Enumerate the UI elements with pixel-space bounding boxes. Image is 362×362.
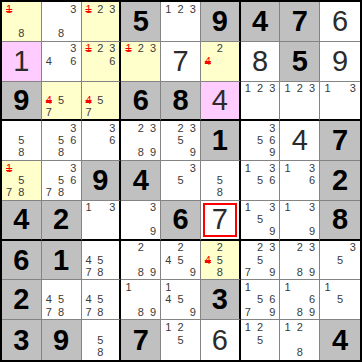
cell-r4c7[interactable]: 3569 bbox=[241, 121, 281, 161]
cell-r5c2[interactable]: 35678 bbox=[42, 161, 82, 201]
candidate-empty bbox=[106, 334, 118, 347]
candidate-empty bbox=[135, 281, 147, 293]
candidate-5: 5 bbox=[254, 294, 266, 306]
candidate-grid: 136 bbox=[281, 162, 318, 199]
cell-r8c7[interactable]: 15679 bbox=[241, 280, 281, 320]
candidate-2: 2 bbox=[174, 321, 186, 334]
cell-r3c9[interactable]: 13 bbox=[320, 82, 360, 122]
candidate-7: 7 bbox=[83, 106, 95, 118]
candidate-7: 7 bbox=[242, 306, 254, 318]
given-digit: 6 bbox=[121, 82, 160, 120]
candidate-empty bbox=[94, 202, 106, 214]
cell-r9c8[interactable]: 128 bbox=[280, 320, 320, 360]
candidate-grid: 39 bbox=[122, 202, 159, 238]
candidate-empty bbox=[122, 242, 134, 254]
candidate-3: 3 bbox=[106, 122, 118, 134]
candidate-grid: 2359 bbox=[162, 122, 199, 159]
cell-r6c6[interactable]: 7 bbox=[201, 201, 241, 241]
cell-r7c7[interactable]: 23579 bbox=[241, 241, 281, 281]
candidate-8: 8 bbox=[135, 147, 147, 159]
candidate-empty bbox=[94, 214, 106, 226]
candidate-3: 3 bbox=[306, 242, 318, 254]
candidate-empty bbox=[162, 174, 174, 186]
candidate-8: 8 bbox=[55, 306, 67, 318]
candidate-grid: 36 bbox=[83, 122, 119, 159]
candidate-grid: 289 bbox=[122, 242, 159, 279]
cell-r9c2[interactable]: 9 bbox=[42, 320, 82, 360]
cell-r2c3[interactable]: 1236 bbox=[82, 42, 122, 82]
candidate-empty bbox=[28, 147, 40, 159]
cell-r4c1[interactable]: 58 bbox=[2, 121, 42, 161]
candidate-3: 3 bbox=[266, 122, 278, 134]
candidate-empty bbox=[202, 187, 214, 199]
candidate-empty bbox=[122, 67, 134, 79]
candidate-empty bbox=[334, 281, 347, 293]
candidate-3: 3 bbox=[266, 162, 278, 174]
cell-r6c9[interactable]: 8 bbox=[320, 201, 360, 241]
candidate-empty bbox=[106, 15, 118, 27]
given-digit: 2 bbox=[2, 280, 41, 319]
cell-r2c5[interactable]: 7 bbox=[161, 42, 201, 82]
candidate-empty bbox=[106, 306, 118, 318]
candidate-1: 1 bbox=[162, 281, 174, 293]
candidate-8: 8 bbox=[15, 28, 27, 40]
cell-r4c2[interactable]: 3568 bbox=[42, 121, 82, 161]
candidate-empty bbox=[43, 15, 55, 27]
candidate-empty bbox=[266, 94, 278, 106]
candidate-empty bbox=[202, 67, 214, 79]
cell-r2c1[interactable]: 1 bbox=[2, 42, 42, 82]
candidate-empty bbox=[187, 242, 199, 254]
candidate-grid: 4578 bbox=[83, 281, 119, 318]
candidate-5: 5 bbox=[15, 174, 27, 186]
cell-r9c5[interactable]: 125 bbox=[161, 320, 201, 360]
candidate-6: 6 bbox=[266, 135, 278, 147]
cell-r1c8[interactable]: 7 bbox=[280, 2, 320, 42]
cell-r1c6[interactable]: 9 bbox=[201, 2, 241, 42]
candidate-grid: 2389 bbox=[281, 242, 318, 279]
candidate-empty bbox=[15, 15, 27, 27]
cell-r5c8[interactable]: 136 bbox=[280, 161, 320, 201]
candidate-empty bbox=[43, 28, 55, 40]
candidate-empty bbox=[43, 43, 55, 55]
cell-r1c4[interactable]: 5 bbox=[121, 2, 161, 42]
candidate-5: 5 bbox=[334, 254, 347, 266]
solved-digit: 9 bbox=[320, 42, 360, 81]
solved-digit: 1 bbox=[2, 42, 41, 81]
candidate-empty bbox=[281, 334, 293, 347]
candidate-empty bbox=[162, 28, 174, 40]
candidate-empty bbox=[28, 28, 40, 40]
candidate-empty bbox=[334, 94, 347, 106]
candidate-empty bbox=[55, 43, 67, 55]
given-digit: 3 bbox=[201, 280, 239, 319]
candidate-grid: 58 bbox=[202, 162, 238, 199]
candidate-2: 2 bbox=[254, 321, 266, 334]
candidate-grid: 35 bbox=[162, 162, 199, 199]
candidate-empty bbox=[122, 55, 134, 67]
candidate-empty bbox=[254, 281, 266, 293]
candidate-6: 6 bbox=[67, 55, 79, 67]
candidate-empty bbox=[254, 187, 266, 199]
candidate-8: 8 bbox=[294, 306, 306, 318]
candidate-grid: 125 bbox=[162, 321, 199, 359]
cell-r9c4[interactable]: 7 bbox=[121, 320, 161, 360]
candidate-empty bbox=[254, 162, 266, 174]
candidate-3: 3 bbox=[187, 3, 199, 15]
cell-r7c4[interactable]: 289 bbox=[121, 241, 161, 281]
cell-r1c5[interactable]: 123 bbox=[161, 2, 201, 42]
candidate-empty bbox=[346, 94, 359, 106]
candidate-1: 1 bbox=[242, 281, 254, 293]
candidate-empty bbox=[43, 162, 55, 174]
cell-r8c3[interactable]: 4578 bbox=[82, 280, 122, 320]
cell-r2c4[interactable]: 123 bbox=[121, 42, 161, 82]
cell-r5c6[interactable]: 58 bbox=[201, 161, 241, 201]
cell-r8c2[interactable]: 4578 bbox=[42, 280, 82, 320]
candidate-1: 1 bbox=[242, 202, 254, 214]
candidate-empty bbox=[15, 162, 27, 174]
candidate-grid: 128 bbox=[281, 321, 318, 359]
candidate-empty bbox=[122, 147, 134, 159]
candidate-empty bbox=[242, 147, 254, 159]
candidate-grid: 4578 bbox=[83, 242, 119, 279]
cell-r1c3[interactable]: 123 bbox=[82, 2, 122, 42]
cell-r3c4[interactable]: 6 bbox=[121, 82, 161, 122]
candidate-empty bbox=[242, 334, 254, 347]
candidate-5: 5 bbox=[254, 214, 266, 226]
candidate-9: 9 bbox=[147, 226, 159, 238]
cell-r5c9[interactable]: 2 bbox=[320, 161, 360, 201]
candidate-empty bbox=[306, 254, 318, 266]
cell-r6c4[interactable]: 39 bbox=[121, 201, 161, 241]
candidate-empty bbox=[43, 3, 55, 15]
candidate-8: 8 bbox=[55, 187, 67, 199]
cell-r9c6[interactable]: 6 bbox=[201, 320, 241, 360]
cell-r7c5[interactable]: 2459 bbox=[161, 241, 201, 281]
candidate-empty bbox=[122, 214, 134, 226]
candidate-empty bbox=[254, 122, 266, 134]
candidate-empty bbox=[94, 135, 106, 147]
candidate-empty bbox=[266, 334, 278, 347]
candidate-empty bbox=[254, 106, 266, 118]
cell-r6c7[interactable]: 1359 bbox=[241, 201, 281, 241]
candidate-grid: 2459 bbox=[162, 242, 199, 279]
candidate-empty bbox=[254, 147, 266, 159]
cell-r7c9[interactable]: 35 bbox=[320, 241, 360, 281]
candidate-empty bbox=[281, 266, 293, 278]
candidate-grid: 2389 bbox=[122, 122, 159, 159]
candidate-empty bbox=[67, 106, 79, 118]
candidate-grid: 123 bbox=[83, 3, 119, 40]
given-digit: 9 bbox=[42, 320, 81, 360]
candidate-4-struck: 4 bbox=[202, 254, 214, 266]
cell-r6c2[interactable]: 2 bbox=[42, 201, 82, 241]
candidate-4-struck: 4 bbox=[202, 55, 214, 67]
cell-r5c5[interactable]: 35 bbox=[161, 161, 201, 201]
candidate-empty bbox=[187, 28, 199, 40]
cell-r2c9[interactable]: 9 bbox=[320, 42, 360, 82]
cell-r2c8[interactable]: 5 bbox=[280, 42, 320, 82]
candidate-9: 9 bbox=[306, 226, 318, 238]
cell-r9c9[interactable]: 4 bbox=[320, 320, 360, 360]
candidate-empty bbox=[55, 3, 67, 15]
candidate-3: 3 bbox=[266, 242, 278, 254]
candidate-empty bbox=[346, 306, 359, 318]
cell-r7c3[interactable]: 4578 bbox=[82, 241, 122, 281]
candidate-empty bbox=[174, 162, 186, 174]
cell-r3c2[interactable]: 457 bbox=[42, 82, 82, 122]
candidate-empty bbox=[106, 321, 118, 334]
candidate-empty bbox=[187, 281, 199, 293]
candidate-grid: 123 bbox=[281, 83, 318, 119]
cell-r2c6[interactable]: 24 bbox=[201, 42, 241, 82]
candidate-empty bbox=[55, 67, 67, 79]
candidate-empty bbox=[214, 67, 226, 79]
candidate-empty bbox=[162, 346, 174, 359]
candidate-empty bbox=[55, 106, 67, 118]
candidate-grid: 35 bbox=[321, 242, 359, 279]
candidate-grid: 35678 bbox=[43, 162, 80, 199]
candidate-empty bbox=[94, 67, 106, 79]
candidate-empty bbox=[94, 28, 106, 40]
candidate-1: 1 bbox=[281, 83, 293, 95]
candidate-empty bbox=[83, 346, 95, 359]
cell-r8c5[interactable]: 1459 bbox=[161, 280, 201, 320]
candidate-3: 3 bbox=[306, 162, 318, 174]
candidate-1: 1 bbox=[83, 202, 95, 214]
cell-r3c6[interactable]: 4 bbox=[201, 82, 241, 122]
candidate-empty bbox=[174, 306, 186, 318]
candidate-grid: 58 bbox=[83, 321, 119, 359]
cell-r6c8[interactable]: 139 bbox=[280, 201, 320, 241]
candidate-empty bbox=[242, 214, 254, 226]
cell-r1c2[interactable]: 38 bbox=[42, 2, 82, 42]
candidate-grid: 58 bbox=[3, 122, 40, 159]
candidate-1: 1 bbox=[122, 281, 134, 293]
cell-r3c5[interactable]: 8 bbox=[161, 82, 201, 122]
cell-r1c9[interactable]: 6 bbox=[320, 2, 360, 42]
cell-r6c1[interactable]: 4 bbox=[2, 201, 42, 241]
cell-r9c3[interactable]: 58 bbox=[82, 320, 122, 360]
candidate-empty bbox=[321, 306, 334, 318]
candidate-empty bbox=[294, 334, 306, 347]
candidate-grid: 38 bbox=[43, 3, 80, 40]
cell-r2c7[interactable]: 8 bbox=[241, 42, 281, 82]
candidate-empty bbox=[174, 187, 186, 199]
candidate-empty bbox=[3, 147, 15, 159]
cell-r8c9[interactable]: 15 bbox=[320, 280, 360, 320]
given-digit: 8 bbox=[161, 82, 200, 120]
cell-r3c8[interactable]: 123 bbox=[280, 82, 320, 122]
candidate-empty bbox=[281, 106, 293, 118]
candidate-3: 3 bbox=[266, 83, 278, 95]
candidate-9: 9 bbox=[266, 266, 278, 278]
cell-r7c2[interactable]: 1 bbox=[42, 241, 82, 281]
candidate-empty bbox=[106, 94, 118, 106]
candidate-empty bbox=[281, 174, 293, 186]
cell-r2c2[interactable]: 346 bbox=[42, 42, 82, 82]
cell-r4c4[interactable]: 2389 bbox=[121, 121, 161, 161]
candidate-5: 5 bbox=[174, 334, 186, 347]
candidate-1-struck: 1 bbox=[83, 3, 95, 15]
candidate-empty bbox=[67, 281, 79, 293]
candidate-empty bbox=[67, 83, 79, 95]
candidate-3: 3 bbox=[106, 43, 118, 55]
candidate-empty bbox=[242, 106, 254, 118]
candidate-6: 6 bbox=[266, 174, 278, 186]
cell-r4c8[interactable]: 4 bbox=[280, 121, 320, 161]
cell-r3c7[interactable]: 123 bbox=[241, 82, 281, 122]
candidate-1: 1 bbox=[281, 162, 293, 174]
candidate-3: 3 bbox=[306, 202, 318, 214]
candidate-empty bbox=[28, 135, 40, 147]
candidate-9: 9 bbox=[306, 266, 318, 278]
candidate-1: 1 bbox=[242, 321, 254, 334]
solved-digit: 8 bbox=[241, 42, 280, 81]
candidate-empty bbox=[55, 15, 67, 27]
candidate-2: 2 bbox=[214, 43, 226, 55]
cell-r3c1[interactable]: 9 bbox=[2, 82, 42, 122]
candidate-empty bbox=[28, 3, 40, 15]
candidate-empty bbox=[281, 187, 293, 199]
candidate-empty bbox=[83, 242, 95, 254]
sudoku-board: 1838123512394761346123612372485994574576… bbox=[0, 0, 362, 362]
candidate-empty bbox=[83, 281, 95, 293]
candidate-empty bbox=[83, 83, 95, 95]
candidate-1: 1 bbox=[281, 202, 293, 214]
candidate-3: 3 bbox=[187, 122, 199, 134]
candidate-empty bbox=[147, 135, 159, 147]
candidate-empty bbox=[226, 67, 238, 79]
cell-r8c8[interactable]: 1689 bbox=[280, 280, 320, 320]
candidate-2: 2 bbox=[174, 122, 186, 134]
candidate-1-struck: 1 bbox=[122, 43, 134, 55]
candidate-empty bbox=[281, 254, 293, 266]
candidate-empty bbox=[94, 122, 106, 134]
candidate-3: 3 bbox=[147, 122, 159, 134]
candidate-empty bbox=[254, 202, 266, 214]
candidate-5: 5 bbox=[94, 254, 106, 266]
candidate-7: 7 bbox=[3, 187, 15, 199]
candidate-empty bbox=[83, 28, 95, 40]
candidate-empty bbox=[43, 281, 55, 293]
candidate-empty bbox=[187, 334, 199, 347]
candidate-2: 2 bbox=[174, 3, 186, 15]
candidate-empty bbox=[162, 306, 174, 318]
solved-digit: 7 bbox=[201, 201, 239, 239]
candidate-9: 9 bbox=[266, 306, 278, 318]
cell-r4c5[interactable]: 2359 bbox=[161, 121, 201, 161]
candidate-1-struck: 1 bbox=[3, 3, 15, 15]
candidate-empty bbox=[135, 294, 147, 306]
candidate-empty bbox=[135, 67, 147, 79]
cell-r5c4[interactable]: 4 bbox=[121, 161, 161, 201]
candidate-empty bbox=[55, 55, 67, 67]
candidate-grid: 123 bbox=[242, 83, 279, 119]
candidate-8: 8 bbox=[94, 266, 106, 278]
candidate-7: 7 bbox=[43, 106, 55, 118]
cell-r7c8[interactable]: 2389 bbox=[280, 241, 320, 281]
given-digit: 2 bbox=[320, 161, 360, 200]
candidate-empty bbox=[226, 43, 238, 55]
candidate-5: 5 bbox=[334, 294, 347, 306]
cell-r6c5[interactable]: 6 bbox=[161, 201, 201, 241]
candidate-grid: 24 bbox=[202, 43, 238, 80]
candidate-empty bbox=[122, 122, 134, 134]
given-digit: 5 bbox=[121, 2, 160, 41]
candidate-empty bbox=[294, 94, 306, 106]
given-digit: 1 bbox=[42, 241, 81, 280]
candidate-5: 5 bbox=[214, 174, 226, 186]
cell-r4c9[interactable]: 7 bbox=[320, 121, 360, 161]
candidate-empty bbox=[306, 321, 318, 334]
cell-r8c1[interactable]: 2 bbox=[2, 280, 42, 320]
cell-r6c3[interactable]: 13 bbox=[82, 201, 122, 241]
candidate-6: 6 bbox=[106, 55, 118, 67]
given-digit: 9 bbox=[82, 161, 120, 200]
candidate-3: 3 bbox=[67, 3, 79, 15]
cell-r7c1[interactable]: 6 bbox=[2, 241, 42, 281]
cell-r4c3[interactable]: 36 bbox=[82, 121, 122, 161]
candidate-grid: 1356 bbox=[242, 162, 279, 199]
cell-r1c7[interactable]: 4 bbox=[241, 2, 281, 42]
candidate-empty bbox=[266, 254, 278, 266]
cell-r5c3[interactable]: 9 bbox=[82, 161, 122, 201]
cell-r7c6[interactable]: 2458 bbox=[201, 241, 241, 281]
candidate-1: 1 bbox=[162, 321, 174, 334]
cell-r9c1[interactable]: 3 bbox=[2, 320, 42, 360]
candidate-empty bbox=[321, 106, 334, 118]
cell-r8c4[interactable]: 189 bbox=[121, 280, 161, 320]
cell-r5c7[interactable]: 1356 bbox=[241, 161, 281, 201]
candidate-empty bbox=[162, 122, 174, 134]
candidate-3: 3 bbox=[346, 83, 359, 95]
candidate-empty bbox=[83, 55, 95, 67]
candidate-empty bbox=[94, 226, 106, 238]
candidate-grid: 1689 bbox=[281, 281, 318, 318]
candidate-5: 5 bbox=[254, 174, 266, 186]
candidate-empty bbox=[202, 43, 214, 55]
candidate-5: 5 bbox=[254, 334, 266, 347]
cell-r1c1[interactable]: 18 bbox=[2, 2, 42, 42]
candidate-empty bbox=[266, 281, 278, 293]
candidate-empty bbox=[174, 15, 186, 27]
cell-r4c6[interactable]: 1 bbox=[201, 121, 241, 161]
cell-r3c3[interactable]: 457 bbox=[82, 82, 122, 122]
cell-r8c6[interactable]: 3 bbox=[201, 280, 241, 320]
candidate-empty bbox=[226, 174, 238, 186]
candidate-empty bbox=[162, 242, 174, 254]
candidate-5: 5 bbox=[94, 294, 106, 306]
candidate-empty bbox=[187, 174, 199, 186]
candidate-9: 9 bbox=[187, 147, 199, 159]
candidate-grid: 13 bbox=[321, 83, 359, 119]
candidate-8: 8 bbox=[294, 346, 306, 359]
given-digit: 1 bbox=[201, 121, 239, 160]
candidate-empty bbox=[214, 162, 226, 174]
cell-r9c7[interactable]: 125 bbox=[241, 320, 281, 360]
candidate-4: 4 bbox=[83, 254, 95, 266]
candidate-4: 4 bbox=[43, 294, 55, 306]
cell-r5c1[interactable]: 1578 bbox=[2, 161, 42, 201]
candidate-grid: 123 bbox=[162, 3, 199, 40]
candidate-1: 1 bbox=[281, 281, 293, 293]
candidate-empty bbox=[43, 147, 55, 159]
candidate-grid: 346 bbox=[43, 43, 80, 80]
candidate-empty bbox=[242, 174, 254, 186]
candidate-empty bbox=[187, 254, 199, 266]
